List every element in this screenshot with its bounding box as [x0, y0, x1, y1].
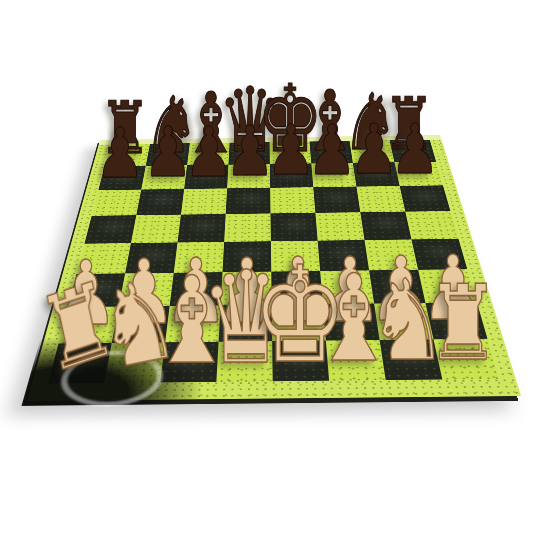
square-e7	[270, 163, 313, 187]
square-e3	[271, 271, 323, 305]
square-b1	[104, 342, 165, 383]
square-d8	[228, 142, 269, 165]
square-a1	[48, 343, 112, 384]
square-f5	[315, 212, 364, 240]
square-b6	[136, 189, 184, 215]
square-a7	[98, 166, 145, 190]
square-h7	[394, 162, 443, 186]
square-a5	[84, 215, 136, 243]
square-e1	[272, 341, 329, 382]
square-h4	[411, 239, 467, 270]
square-c5	[178, 214, 226, 242]
square-c3	[170, 272, 223, 306]
square-f4	[318, 240, 369, 271]
square-e4	[271, 241, 320, 272]
square-f7	[311, 163, 356, 187]
square-g1	[380, 339, 443, 380]
square-g5	[360, 212, 411, 240]
square-c2	[165, 305, 220, 342]
square-g8	[350, 140, 395, 163]
square-f6	[313, 187, 360, 213]
square-h3	[418, 269, 477, 303]
square-d4	[222, 241, 271, 272]
square-g2	[374, 303, 433, 340]
square-b2	[112, 306, 170, 343]
square-c4	[174, 242, 224, 273]
square-e8	[270, 142, 312, 165]
square-g4	[365, 239, 419, 270]
square-g7	[353, 162, 400, 186]
square-a2	[59, 307, 119, 344]
chess-board	[27, 135, 521, 401]
square-c7	[184, 165, 228, 189]
square-a4	[77, 243, 131, 274]
square-f3	[320, 270, 374, 304]
square-h2	[425, 302, 487, 339]
square-b7	[141, 165, 187, 189]
square-h8	[390, 140, 436, 163]
square-c1	[160, 342, 218, 383]
photo-background: ♜♞♝♛♚♝♞♜♟♟♟♟♟♟♟♟♟♟♟♟♟♟♟♟♜♞♝♛♚♝♞♜	[0, 0, 533, 533]
square-c8	[187, 143, 230, 166]
square-g3	[369, 270, 425, 304]
square-f1	[326, 340, 386, 381]
square-b5	[131, 215, 181, 243]
square-a8	[105, 144, 150, 167]
square-d7	[227, 164, 270, 188]
square-g6	[356, 186, 405, 212]
square-b8	[146, 143, 190, 166]
square-d3	[221, 272, 272, 306]
square-h5	[405, 211, 458, 239]
square-e6	[270, 187, 315, 213]
square-b4	[125, 242, 177, 273]
square-d2	[219, 305, 273, 342]
square-e5	[270, 213, 317, 241]
square-h1	[433, 339, 499, 380]
board-grid	[48, 140, 499, 384]
square-c6	[181, 188, 227, 214]
square-a6	[92, 190, 142, 216]
square-d1	[216, 341, 272, 382]
square-b3	[119, 273, 174, 307]
square-d6	[226, 188, 271, 214]
square-f2	[323, 304, 380, 341]
square-e2	[272, 304, 326, 341]
square-a3	[68, 273, 125, 307]
square-h6	[400, 185, 451, 211]
square-d5	[224, 213, 271, 241]
square-f8	[310, 141, 353, 164]
